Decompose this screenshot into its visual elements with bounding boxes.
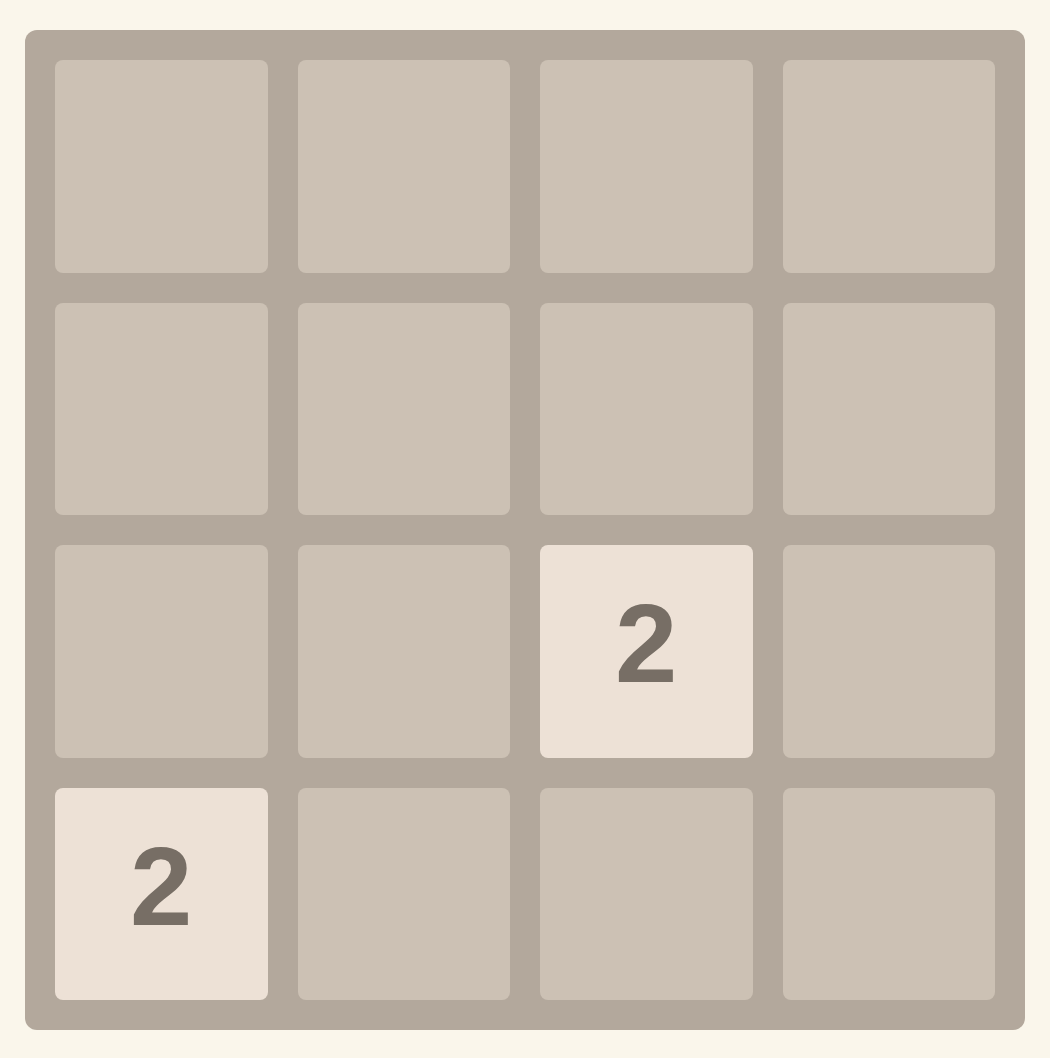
empty-cell (540, 60, 753, 273)
empty-cell (298, 545, 511, 758)
empty-cell (55, 303, 268, 516)
empty-cell (540, 303, 753, 516)
empty-cell (298, 60, 511, 273)
empty-cell (783, 788, 996, 1001)
empty-cell (298, 788, 511, 1001)
tile-2: 2 (540, 545, 753, 758)
empty-cell (540, 788, 753, 1001)
empty-cell (783, 303, 996, 516)
empty-cell (783, 545, 996, 758)
tile-2: 2 (55, 788, 268, 1001)
empty-cell (783, 60, 996, 273)
empty-cell (55, 60, 268, 273)
board-2048[interactable]: 22 (25, 30, 1025, 1030)
empty-cell (55, 545, 268, 758)
empty-cell (298, 303, 511, 516)
